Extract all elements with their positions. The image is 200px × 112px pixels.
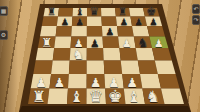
square-g3[interactable]	[138, 61, 158, 75]
square-e4[interactable]	[103, 48, 121, 61]
piece-white-bishop[interactable]: ♝	[124, 90, 144, 106]
square-e3[interactable]	[104, 61, 123, 75]
piece-black-queen[interactable]: ♛	[84, 6, 104, 17]
piece-white-king[interactable]: ♚	[105, 89, 125, 106]
square-f4[interactable]	[119, 48, 137, 61]
undo-arrow-icon: ↶	[193, 6, 198, 12]
piece-white-queen[interactable]: ♛	[86, 89, 106, 106]
board-grid-icon: ▦	[1, 8, 7, 14]
square-a3[interactable]	[33, 61, 52, 75]
piece-white-pawn[interactable]: ♟	[117, 38, 137, 49]
board-rim-front-edge	[19, 106, 191, 112]
square-g4[interactable]	[136, 48, 155, 61]
square-d3[interactable]	[87, 61, 105, 75]
piece-black-rook[interactable]: ♜	[41, 7, 61, 17]
piece-white-bishop[interactable]: ♝	[67, 90, 87, 106]
redo-arrow-icon: ↷	[193, 17, 198, 23]
square-a4[interactable]	[36, 48, 55, 61]
square-c6[interactable]	[71, 26, 87, 37]
square-f3[interactable]	[121, 61, 140, 75]
settings-button[interactable]: ⚙	[0, 30, 8, 40]
square-g2[interactable]	[140, 74, 161, 89]
piece-black-pawn[interactable]: ♟	[100, 27, 120, 37]
square-h6[interactable]	[147, 26, 165, 37]
menu-button[interactable]: ▦	[0, 6, 8, 16]
redo-button[interactable]: ↷	[192, 15, 200, 25]
piece-black-pawn[interactable]: ♟	[143, 17, 163, 26]
square-b1[interactable]	[48, 89, 69, 105]
piece-white-pawn[interactable]: ♟	[149, 38, 169, 49]
undo-button[interactable]: ↶	[192, 4, 200, 14]
gear-icon: ⚙	[1, 32, 6, 38]
piece-white-pawn[interactable]: ♟	[49, 77, 69, 90]
square-c2[interactable]	[68, 74, 87, 89]
square-b3[interactable]	[51, 61, 70, 75]
piece-white-rook[interactable]: ♜	[29, 90, 49, 106]
piece-white-knight[interactable]: ♞	[143, 90, 163, 106]
piece-white-knight[interactable]: ♞	[68, 48, 88, 61]
square-b6[interactable]	[56, 26, 72, 37]
square-d4[interactable]	[87, 48, 104, 61]
chess-app-screen: ♜♝♛♜♚♟♟♟♟♟♟♟♞♜♟♟♟♞♟♟♟♟♟♜♝♛♚♝♞ ▦ ⚙ ↶ ↷	[0, 0, 200, 112]
square-c3[interactable]	[69, 61, 87, 75]
piece-black-pawn[interactable]: ♟	[70, 17, 90, 26]
piece-white-rook[interactable]: ♜	[37, 37, 57, 49]
